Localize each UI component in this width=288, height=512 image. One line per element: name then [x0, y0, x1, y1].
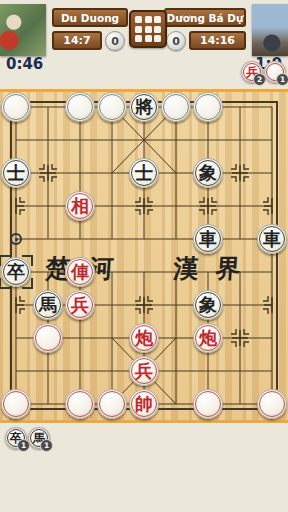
- piece-black-hidden-r0c3[interactable]: [97, 92, 127, 122]
- grid-dot-icon: [145, 35, 152, 42]
- piece-black-hidden-r0c0[interactable]: [1, 92, 31, 122]
- piece-black-r2c4[interactable]: 士: [129, 158, 159, 188]
- captured-piece: 馬1: [28, 427, 50, 449]
- piece-ring: [67, 391, 93, 417]
- piece-ring: [195, 292, 221, 318]
- piece-ring: [99, 94, 125, 120]
- captured-piece: 卒1: [5, 427, 27, 449]
- captured-count-badge: 1: [276, 73, 288, 86]
- piece-ring: [3, 259, 29, 285]
- piece-ring: [131, 160, 157, 186]
- river-text-han: 漢: [172, 252, 199, 285]
- left-player-name: Du Duong: [52, 8, 128, 27]
- piece-red-hidden-r9c2[interactable]: [65, 389, 95, 419]
- grid-dot-icon: [145, 26, 152, 33]
- grid-dot-icon: [135, 35, 142, 42]
- piece-ring: [131, 358, 157, 384]
- piece-black-r6c1[interactable]: 馬: [33, 290, 63, 320]
- last-move-from-marker: [10, 233, 22, 245]
- piece-ring: [67, 193, 93, 219]
- piece-ring: [195, 94, 221, 120]
- captured-piece-hidden: 1: [264, 61, 286, 83]
- grid-dot-icon: [135, 26, 142, 33]
- captured-piece: 兵2: [241, 61, 263, 83]
- piece-ring: [35, 292, 61, 318]
- piece-red-r5c2[interactable]: 俥: [65, 257, 95, 287]
- piece-black-r4c6[interactable]: 車: [193, 224, 223, 254]
- piece-black-r5c0[interactable]: 卒: [1, 257, 31, 287]
- piece-ring: [259, 226, 285, 252]
- right-player-badge: 0: [166, 31, 186, 51]
- right-player-avatar[interactable]: [252, 4, 288, 56]
- piece-ring: [195, 160, 221, 186]
- grid-dot-icon: [135, 16, 142, 23]
- piece-ring: [67, 292, 93, 318]
- captured-tray-red-side: 卒1馬1: [5, 427, 50, 449]
- grid-dot-icon: [154, 16, 161, 23]
- piece-ring: [3, 160, 29, 186]
- piece-ring: [67, 94, 93, 120]
- piece-ring: [99, 391, 125, 417]
- grid-dot-icon: [154, 26, 161, 33]
- app-screen: Du Duong Dương Bá Dự 14:7 14:16 0 0 0:46…: [0, 0, 288, 512]
- left-player-timer: 14:7: [52, 31, 102, 50]
- piece-red-r3c2[interactable]: 相: [65, 191, 95, 221]
- piece-ring: [3, 94, 29, 120]
- move-clock: 0:46: [6, 55, 43, 73]
- piece-black-r0c4[interactable]: 將: [129, 92, 159, 122]
- piece-ring: [131, 391, 157, 417]
- menu-grid-button[interactable]: [129, 10, 167, 48]
- piece-black-r6c6[interactable]: 象: [193, 290, 223, 320]
- piece-ring: [131, 94, 157, 120]
- captured-count-badge: 1: [40, 439, 53, 452]
- piece-black-r4c8[interactable]: 車: [257, 224, 287, 254]
- piece-red-r8c4[interactable]: 兵: [129, 356, 159, 386]
- piece-red-hidden-r9c0[interactable]: [1, 389, 31, 419]
- piece-ring: [195, 325, 221, 351]
- piece-red-r7c6[interactable]: 炮: [193, 323, 223, 353]
- piece-red-r7c4[interactable]: 炮: [129, 323, 159, 353]
- piece-red-r6c2[interactable]: 兵: [65, 290, 95, 320]
- piece-black-r2c6[interactable]: 象: [193, 158, 223, 188]
- piece-black-hidden-r0c2[interactable]: [65, 92, 95, 122]
- captured-tray-black-side: 兵21: [241, 61, 286, 83]
- xiangqi-board[interactable]: 楚 河 漢 界 將士士象相車車卒俥馬兵象炮炮兵帥: [0, 89, 288, 423]
- piece-ring: [195, 226, 221, 252]
- piece-ring: [259, 391, 285, 417]
- piece-red-hidden-r9c8[interactable]: [257, 389, 287, 419]
- piece-black-r2c0[interactable]: 士: [1, 158, 31, 188]
- piece-ring: [35, 325, 61, 351]
- piece-ring: [131, 325, 157, 351]
- piece-red-hidden-r7c1[interactable]: [33, 323, 63, 353]
- piece-red-hidden-r9c6[interactable]: [193, 389, 223, 419]
- right-player-timer: 14:16: [189, 31, 246, 50]
- river-text-jie: 界: [214, 252, 241, 285]
- left-player-badge: 0: [105, 31, 125, 51]
- piece-ring: [67, 259, 93, 285]
- piece-black-hidden-r0c6[interactable]: [193, 92, 223, 122]
- grid-dot-icon: [145, 16, 152, 23]
- piece-ring: [3, 391, 29, 417]
- left-player-avatar[interactable]: [0, 4, 46, 56]
- grid-dot-icon: [154, 35, 161, 42]
- piece-red-r9c4[interactable]: 帥: [129, 389, 159, 419]
- right-player-name: Dương Bá Dự: [164, 8, 246, 27]
- piece-ring: [163, 94, 189, 120]
- piece-red-hidden-r9c3[interactable]: [97, 389, 127, 419]
- piece-black-hidden-r0c5[interactable]: [161, 92, 191, 122]
- piece-ring: [195, 391, 221, 417]
